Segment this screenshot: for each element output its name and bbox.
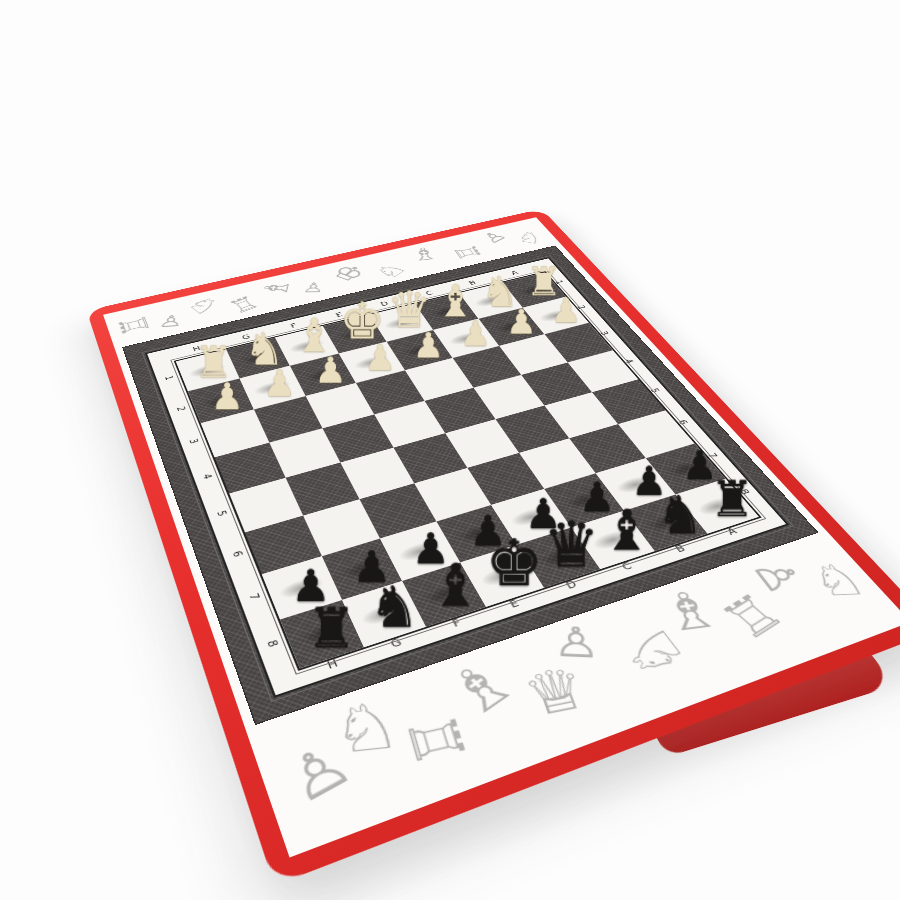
queen-sketch-icon: ♕ [517,659,597,726]
bishop-sketch-icon: ♗ [408,245,441,264]
pawn-sketch-icon: ♙ [158,313,184,330]
rook-sketch-icon: ♖ [396,708,476,772]
rank-label-7: 7 [246,592,260,601]
knight-sketch-icon: ♘ [371,260,411,282]
piece-white-pawn[interactable]: ♟ [506,305,537,339]
pawn-sketch-icon: ♙ [274,734,361,814]
bishop-sketch-icon: ♗ [259,279,295,296]
chess-mat: 12345678 12345678 HGFEDCBA HGFEDCBA ♜♞♝♚… [87,209,900,886]
rank-label-4: 4 [200,473,213,481]
piece-white-pawn[interactable]: ♟ [314,352,346,388]
knight-sketch-icon: ♘ [182,293,226,318]
pawn-sketch-icon: ♙ [553,621,602,664]
piece-white-pawn[interactable]: ♟ [263,365,296,401]
square-f4[interactable] [322,414,393,462]
piece-black-rook[interactable]: ♜ [710,474,754,523]
rank-label-3: 3 [187,438,199,445]
rook-sketch-icon: ♖ [712,586,795,649]
file-label-F: F [450,617,462,629]
rank-label-1: 1 [163,375,175,381]
rook-sketch-icon: ♖ [114,313,156,338]
piece-white-pawn[interactable]: ♟ [460,316,491,350]
knight-sketch-icon: ♘ [515,229,545,247]
piece-black-queen[interactable]: ♛ [543,514,600,577]
file-label-C: C [620,561,634,572]
rank-label-5: 5 [215,510,228,518]
piece-black-knight[interactable]: ♞ [369,578,420,635]
square-d4[interactable] [424,388,495,434]
knight-sketch-icon: ♘ [806,558,873,603]
piece-black-rook[interactable]: ♜ [307,600,357,655]
mat-paper: 12345678 12345678 HGFEDCBA HGFEDCBA ♜♞♝♚… [103,217,900,857]
rank-label-8: 8 [264,639,279,649]
piece-black-king[interactable]: ♚ [486,531,543,595]
rook-sketch-icon: ♖ [225,293,264,317]
square-h8[interactable]: ♜ [280,600,364,668]
rank-label-6: 6 [230,550,244,559]
piece-black-bishop[interactable]: ♝ [429,557,481,615]
pawn-sketch-icon: ♙ [302,281,325,295]
rank-label-4: 4 [622,358,634,364]
rank-label-2: 2 [174,406,186,413]
king-sketch-icon: ♔ [327,261,371,285]
piece-white-pawn[interactable]: ♟ [364,340,396,375]
piece-black-bishop[interactable]: ♝ [602,503,652,558]
product-photo-scene: 12345678 12345678 HGFEDCBA HGFEDCBA ♜♞♝♚… [0,0,900,900]
pawn-sketch-icon: ♙ [478,229,510,246]
piece-white-pawn[interactable]: ♟ [413,328,444,363]
rook-sketch-icon: ♖ [448,243,485,262]
piece-white-pawn[interactable]: ♟ [211,378,244,415]
piece-black-knight[interactable]: ♞ [657,488,704,540]
piece-white-pawn[interactable]: ♟ [551,294,581,328]
